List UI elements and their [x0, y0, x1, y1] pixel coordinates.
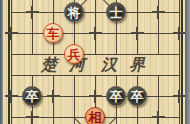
star-point-5-7 — [89, 90, 102, 103]
star-point-1-4 — [5, 27, 18, 40]
file-line-1 — [11, 0, 12, 124]
xiangqi-screenshot: 楚河 汉界 将士车兵卒卒卒相 — [0, 0, 190, 124]
black-soldier-2[interactable]: 卒 — [106, 86, 126, 106]
rank-line-5 — [11, 54, 180, 55]
red-soldier[interactable]: 兵 — [64, 44, 84, 64]
file-line-4-bottom — [74, 75, 75, 124]
black-advisor[interactable]: 士 — [106, 2, 126, 22]
black-soldier-3[interactable]: 卒 — [127, 86, 147, 106]
star-point-5-4 — [89, 27, 102, 40]
star-point-2-3 — [26, 6, 39, 19]
xiangqi-board[interactable]: 楚河 汉界 将士车兵卒卒卒相 — [0, 0, 190, 124]
star-point-9-4 — [173, 27, 186, 40]
star-point-8-3 — [152, 6, 165, 19]
red-elephant[interactable]: 相 — [85, 107, 105, 124]
red-chariot[interactable]: 车 — [43, 23, 63, 43]
star-point-1-7 — [5, 90, 18, 103]
black-general[interactable]: 将 — [64, 2, 84, 22]
river-label-han-jie: 汉界 — [83, 56, 163, 74]
black-soldier-1[interactable]: 卒 — [22, 86, 42, 106]
star-point-2-8 — [26, 111, 39, 124]
file-line-9 — [179, 0, 180, 124]
star-point-7-4 — [131, 27, 144, 40]
star-point-8-8 — [152, 111, 165, 124]
star-point-9-7 — [173, 90, 186, 103]
star-point-3-7 — [47, 90, 60, 103]
